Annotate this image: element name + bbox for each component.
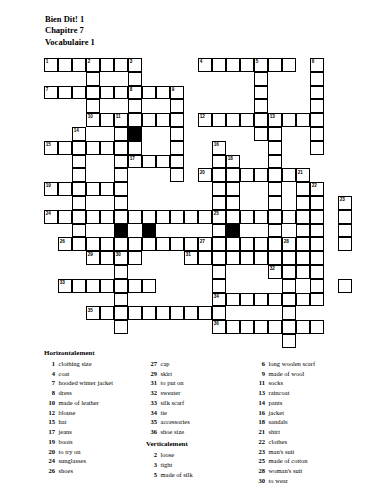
cell-number: 19	[46, 183, 51, 188]
grid-cell[interactable]	[296, 237, 310, 251]
grid-cell[interactable]	[72, 155, 86, 169]
clue-number: 4	[44, 369, 55, 379]
grid-cell[interactable]: 8	[128, 86, 142, 100]
grid-cell[interactable]	[282, 293, 296, 307]
clue-item-20: 20to try on	[44, 447, 113, 457]
grid-cell[interactable]	[212, 279, 226, 293]
grid-cell[interactable]	[268, 141, 282, 155]
grid-cell[interactable]: 4	[198, 58, 212, 72]
grid-cell[interactable]	[240, 210, 254, 224]
grid-cell[interactable]	[282, 168, 296, 182]
clue-number: 10	[44, 398, 55, 408]
grid-cell[interactable]	[310, 141, 324, 155]
grid-cell[interactable]	[254, 127, 268, 141]
clue-text: to wear	[269, 476, 288, 486]
clue-number: 3	[146, 460, 157, 470]
clue-number: 19	[44, 437, 55, 447]
grid-cell[interactable]	[128, 99, 142, 113]
grid-cell[interactable]	[268, 320, 282, 334]
grid-cell[interactable]	[282, 279, 296, 293]
grid-cell[interactable]	[128, 141, 142, 155]
clue-text: pants	[269, 398, 283, 408]
cell-number: 14	[74, 128, 79, 133]
grid-cell[interactable]	[72, 196, 86, 210]
grid-cell[interactable]	[114, 86, 128, 100]
grid-cell[interactable]	[254, 113, 268, 127]
grid-cell[interactable]	[310, 293, 324, 307]
clue-number: 18	[254, 417, 265, 427]
grid-cell[interactable]	[58, 141, 72, 155]
grid-cell[interactable]: 33	[58, 279, 72, 293]
cell-number: 24	[46, 211, 51, 216]
cell-number: 3	[130, 59, 133, 64]
clue-item-19: 19boots	[44, 437, 113, 447]
title-line-1: Bien Dit! 1	[45, 14, 95, 25]
clue-item-23: 23man's suit	[254, 447, 315, 457]
grid-cell[interactable]	[86, 182, 100, 196]
grid-cell[interactable]	[170, 99, 184, 113]
grid-cell[interactable]	[282, 251, 296, 265]
title-line-2: Chapitre 7	[45, 25, 95, 36]
grid-cell[interactable]: 34	[212, 293, 226, 307]
grid-cell[interactable]	[58, 86, 72, 100]
cell-number: 18	[228, 156, 233, 161]
grid-cell[interactable]	[100, 210, 114, 224]
cell-number: 17	[130, 156, 135, 161]
grid-cell[interactable]	[114, 58, 128, 72]
cell-number: 11	[116, 114, 121, 119]
clue-item-2: 2loose	[146, 450, 193, 460]
grid-cell[interactable]	[142, 155, 156, 169]
grid-cell[interactable]	[72, 182, 86, 196]
grid-cell[interactable]	[338, 237, 352, 251]
grid-cell[interactable]	[72, 141, 86, 155]
grid-cell[interactable]	[58, 58, 72, 72]
grid-cell[interactable]	[254, 237, 268, 251]
clue-number: 25	[254, 456, 265, 466]
grid-cell[interactable]	[310, 210, 324, 224]
grid-cell[interactable]	[184, 306, 198, 320]
grid-cell[interactable]	[282, 320, 296, 334]
grid-cell[interactable]	[212, 265, 226, 279]
grid-cell[interactable]	[212, 182, 226, 196]
grid-cell[interactable]	[268, 168, 282, 182]
grid-cell[interactable]	[72, 279, 86, 293]
clue-number: 26	[44, 466, 55, 476]
grid-cell[interactable]	[226, 58, 240, 72]
clue-column-3: 6long woolen scarf9made of wool11socks13…	[254, 349, 315, 486]
grid-cell[interactable]: 26	[58, 237, 72, 251]
clue-text: made of leather	[59, 398, 99, 408]
grid-cell[interactable]	[86, 210, 100, 224]
grid-cell[interactable]	[254, 320, 268, 334]
grid-cell[interactable]	[310, 86, 324, 100]
grid-cell[interactable]	[226, 293, 240, 307]
grid-cell[interactable]	[268, 155, 282, 169]
grid-cell[interactable]	[296, 293, 310, 307]
grid-cell[interactable]	[72, 86, 86, 100]
grid-cell[interactable]: 14	[72, 127, 86, 141]
grid-cell[interactable]: 19	[44, 182, 58, 196]
grid-cell[interactable]	[282, 210, 296, 224]
grid-cell[interactable]: 5	[254, 58, 268, 72]
grid-cell[interactable]: 20	[198, 168, 212, 182]
grid-cell[interactable]	[100, 141, 114, 155]
grid-cell[interactable]: 2	[86, 58, 100, 72]
clue-text: made of silk	[161, 470, 193, 480]
clue-text: long woolen scarf	[269, 359, 316, 369]
grid-cell[interactable]	[86, 279, 100, 293]
grid-cell[interactable]	[268, 293, 282, 307]
grid-cell[interactable]	[142, 113, 156, 127]
grid-cell[interactable]	[268, 196, 282, 210]
grid-cell[interactable]	[72, 168, 86, 182]
grid-cell[interactable]	[198, 251, 212, 265]
clue-item-22: 22clothes	[254, 437, 315, 447]
grid-cell[interactable]	[114, 279, 128, 293]
grid-cell[interactable]	[268, 58, 282, 72]
grid-cell[interactable]: 17	[128, 155, 142, 169]
cell-number: 20	[200, 170, 205, 175]
cell-number: 16	[214, 142, 219, 147]
grid-cell[interactable]	[142, 210, 156, 224]
grid-cell[interactable]: 35	[86, 306, 100, 320]
cell-number: 28	[284, 239, 289, 244]
clue-text: made of wool	[269, 369, 305, 379]
grid-cell[interactable]	[310, 251, 324, 265]
grid-cell[interactable]: 10	[86, 113, 100, 127]
grid-cell[interactable]	[254, 86, 268, 100]
grid-cell[interactable]	[72, 224, 86, 238]
grid-cell[interactable]	[156, 113, 170, 127]
clue-number: 11	[254, 378, 265, 388]
grid-cell[interactable]: 12	[198, 113, 212, 127]
grid-cell[interactable]: 13	[268, 113, 282, 127]
grid-cell[interactable]	[128, 210, 142, 224]
cell-number: 12	[200, 114, 205, 119]
grid-cell[interactable]	[282, 265, 296, 279]
grid-cell[interactable]	[142, 279, 156, 293]
grid-cell[interactable]	[254, 72, 268, 86]
grid-cell[interactable]	[100, 306, 114, 320]
grid-cell[interactable]	[226, 320, 240, 334]
grid-cell[interactable]	[72, 58, 86, 72]
clue-text: clothes	[269, 437, 287, 447]
grid-cell[interactable]	[128, 113, 142, 127]
grid-cell[interactable]	[226, 113, 240, 127]
clue-item-33: 33silk scarf	[146, 398, 193, 408]
grid-cell[interactable]	[156, 155, 170, 169]
grid-cell[interactable]	[296, 210, 310, 224]
grid-cell[interactable]: 27	[198, 237, 212, 251]
grid-cell[interactable]	[338, 279, 352, 293]
grid-cell[interactable]	[128, 279, 142, 293]
grid-cell[interactable]	[114, 306, 128, 320]
clue-number: 20	[44, 447, 55, 457]
grid-cell[interactable]	[72, 210, 86, 224]
clue-item-29: 29skirt	[146, 369, 193, 379]
grid-cell[interactable]	[86, 237, 100, 251]
grid-cell[interactable]: 3	[128, 58, 142, 72]
grid-cell[interactable]	[310, 196, 324, 210]
grid-cell[interactable]	[170, 127, 184, 141]
grid-cell[interactable]	[212, 196, 226, 210]
clue-number: 8	[44, 388, 55, 398]
clue-text: socks	[269, 378, 283, 388]
clue-item-12: 12blouse	[44, 408, 113, 418]
grid-cell[interactable]	[310, 99, 324, 113]
grid-cell[interactable]	[338, 224, 352, 238]
clue-text: jeans	[59, 427, 72, 437]
grid-cell[interactable]	[338, 210, 352, 224]
grid-cell[interactable]	[128, 237, 142, 251]
grid-cell[interactable]	[86, 141, 100, 155]
grid-cell[interactable]	[310, 237, 324, 251]
grid-cell[interactable]: 28	[282, 237, 296, 251]
grid-cell[interactable]	[226, 196, 240, 210]
grid-cell[interactable]: 15	[44, 141, 58, 155]
cell-number: 13	[270, 114, 275, 119]
grid-cell[interactable]	[128, 72, 142, 86]
grid-cell[interactable]	[142, 86, 156, 100]
grid-cell[interactable]	[254, 251, 268, 265]
grid-cell[interactable]	[254, 168, 268, 182]
clue-text: to put on	[161, 378, 184, 388]
black-cell	[142, 224, 156, 238]
grid-cell[interactable]	[156, 306, 170, 320]
grid-cell[interactable]	[310, 224, 324, 238]
grid-cell[interactable]: 6	[310, 58, 324, 72]
grid-cell[interactable]	[226, 182, 240, 196]
grid-cell[interactable]	[86, 72, 100, 86]
grid-cell[interactable]: 16	[212, 141, 226, 155]
cell-number: 34	[214, 294, 219, 299]
clue-item-26: 26shoes	[44, 466, 113, 476]
clue-number: 36	[146, 427, 157, 437]
grid-cell[interactable]	[170, 210, 184, 224]
cell-number: 9	[172, 87, 175, 92]
grid-cell[interactable]	[100, 86, 114, 100]
clue-item-31: 31to put on	[146, 378, 193, 388]
grid-cell[interactable]: 23	[338, 196, 352, 210]
grid-cell[interactable]	[114, 168, 128, 182]
grid-cell[interactable]	[240, 320, 254, 334]
grid-cell[interactable]	[114, 237, 128, 251]
grid-cell[interactable]	[72, 237, 86, 251]
grid-cell[interactable]	[212, 155, 226, 169]
grid-cell[interactable]	[296, 320, 310, 334]
clue-text: sunglasses	[59, 456, 86, 466]
grid-cell[interactable]	[142, 306, 156, 320]
grid-cell[interactable]	[212, 237, 226, 251]
grid-cell[interactable]	[310, 72, 324, 86]
clue-text: tight	[161, 460, 173, 470]
grid-cell[interactable]	[212, 306, 226, 320]
grid-cell[interactable]	[296, 265, 310, 279]
grid-cell[interactable]	[170, 237, 184, 251]
clue-item-1: 1clothing size	[44, 359, 113, 369]
grid-cell[interactable]: 9	[170, 86, 184, 100]
clue-number: 27	[146, 359, 157, 369]
clue-text: tie	[161, 408, 168, 418]
clue-item-21: 21shirt	[254, 427, 315, 437]
grid-cell[interactable]	[128, 306, 142, 320]
grid-cell[interactable]	[58, 210, 72, 224]
grid-cell[interactable]	[114, 127, 128, 141]
grid-cell[interactable]	[184, 237, 198, 251]
grid-cell[interactable]	[268, 224, 282, 238]
cell-number: 21	[298, 170, 303, 175]
title-line-3: Vocabulaire 1	[45, 37, 95, 48]
grid-cell[interactable]	[86, 99, 100, 113]
grid-cell[interactable]	[114, 155, 128, 169]
grid-cell[interactable]	[240, 293, 254, 307]
clue-item-32: 32sweater	[146, 388, 193, 398]
clue-text: clothing size	[59, 359, 92, 369]
grid-cell[interactable]	[268, 237, 282, 251]
clue-item-14: 14pants	[254, 398, 315, 408]
grid-cell[interactable]: 21	[296, 168, 310, 182]
grid-cell[interactable]	[184, 210, 198, 224]
cell-number: 1	[46, 59, 49, 64]
grid-cell[interactable]	[170, 168, 184, 182]
clue-text: skirt	[161, 369, 173, 379]
black-cell	[128, 127, 142, 141]
clue-text: shirt	[269, 427, 281, 437]
grid-cell[interactable]	[156, 210, 170, 224]
grid-cell[interactable]	[268, 182, 282, 196]
grid-cell[interactable]	[170, 113, 184, 127]
grid-cell[interactable]	[100, 182, 114, 196]
grid-cell[interactable]: 11	[114, 113, 128, 127]
clue-item-17: 17jeans	[44, 427, 113, 437]
clue-text: shoes	[59, 466, 73, 476]
grid-cell[interactable]	[268, 251, 282, 265]
cell-number: 6	[312, 59, 315, 64]
grid-cell[interactable]	[114, 320, 128, 334]
grid-cell[interactable]	[254, 99, 268, 113]
grid-cell[interactable]	[310, 279, 324, 293]
grid-cell[interactable]	[114, 141, 128, 155]
grid-cell[interactable]	[170, 306, 184, 320]
grid-cell[interactable]	[310, 113, 324, 127]
grid-cell[interactable]	[212, 251, 226, 265]
clue-text: shoe size	[161, 427, 185, 437]
grid-cell[interactable]	[226, 237, 240, 251]
grid-cell[interactable]	[86, 86, 100, 100]
grid-cell[interactable]	[268, 127, 282, 141]
grid-cell[interactable]	[156, 86, 170, 100]
grid-cell[interactable]	[254, 293, 268, 307]
grid-cell[interactable]	[226, 251, 240, 265]
grid-cell[interactable]	[100, 237, 114, 251]
grid-cell[interactable]	[282, 306, 296, 320]
clue-item-8: 8dress	[44, 388, 113, 398]
grid-cell[interactable]	[268, 210, 282, 224]
clue-text: cap	[161, 359, 170, 369]
grid-cell[interactable]: 7	[44, 86, 58, 100]
clue-number: 30	[254, 476, 265, 486]
grid-cell[interactable]	[296, 251, 310, 265]
grid-cell[interactable]	[240, 237, 254, 251]
grid-cell[interactable]	[114, 182, 128, 196]
grid-cell[interactable]	[114, 210, 128, 224]
across-header: Horizontalement	[44, 349, 113, 359]
grid-cell[interactable]	[114, 293, 128, 307]
grid-cell[interactable]	[282, 113, 296, 127]
grid-cell[interactable]	[198, 306, 212, 320]
grid-cell[interactable]: 22	[310, 182, 324, 196]
grid-cell[interactable]: 18	[226, 155, 240, 169]
clue-text: dress	[59, 388, 72, 398]
clue-item-11: 11socks	[254, 378, 315, 388]
grid-cell[interactable]	[114, 265, 128, 279]
clue-item-25: 25made of cotton	[254, 456, 315, 466]
grid-cell[interactable]: 31	[184, 251, 198, 265]
grid-cell[interactable]	[100, 251, 114, 265]
clue-text: loose	[161, 450, 175, 460]
grid-cell[interactable]: 29	[86, 251, 100, 265]
grid-cell[interactable]	[170, 155, 184, 169]
cell-number: 25	[214, 211, 219, 216]
grid-cell[interactable]	[296, 196, 310, 210]
grid-cell[interactable]	[240, 58, 254, 72]
grid-cell[interactable]	[296, 113, 310, 127]
grid-cell[interactable]	[100, 113, 114, 127]
grid-cell[interactable]	[282, 58, 296, 72]
grid-cell[interactable]	[212, 58, 226, 72]
grid-cell[interactable]	[58, 182, 72, 196]
grid-cell[interactable]	[128, 251, 142, 265]
grid-cell[interactable]	[226, 210, 240, 224]
clue-item-16: 16jacket	[254, 408, 315, 418]
grid-cell[interactable]	[240, 168, 254, 182]
grid-cell[interactable]	[212, 224, 226, 238]
grid-cell[interactable]	[296, 182, 310, 196]
grid-cell[interactable]: 25	[212, 210, 226, 224]
worksheet-page: Bien Dit! 1 Chapitre 7 Vocabulaire 1 123…	[0, 0, 386, 500]
grid-cell[interactable]	[254, 210, 268, 224]
clue-number: 32	[146, 388, 157, 398]
grid-cell[interactable]: 32	[268, 265, 282, 279]
grid-cell[interactable]: 36	[212, 320, 226, 334]
grid-cell[interactable]	[310, 265, 324, 279]
grid-cell[interactable]: 30	[114, 251, 128, 265]
grid-cell[interactable]	[310, 127, 324, 141]
grid-cell[interactable]	[100, 58, 114, 72]
grid-cell[interactable]: 24	[44, 210, 58, 224]
clue-item-34: 34tie	[146, 408, 193, 418]
grid-cell[interactable]	[198, 210, 212, 224]
grid-cell[interactable]	[240, 251, 254, 265]
grid-cell[interactable]	[114, 196, 128, 210]
clue-text: woman's suit	[269, 466, 303, 476]
grid-cell[interactable]	[282, 334, 296, 348]
grid-cell[interactable]	[310, 320, 324, 334]
grid-cell[interactable]	[212, 113, 226, 127]
grid-cell[interactable]: 1	[44, 58, 58, 72]
clue-item-30: 30to wear	[254, 476, 315, 486]
grid-cell[interactable]	[212, 168, 226, 182]
grid-cell[interactable]	[296, 224, 310, 238]
clue-number: 1	[44, 359, 55, 369]
grid-cell[interactable]	[226, 168, 240, 182]
grid-cell[interactable]	[240, 113, 254, 127]
grid-cell[interactable]	[156, 237, 170, 251]
grid-cell[interactable]	[100, 279, 114, 293]
grid-cell[interactable]	[170, 141, 184, 155]
grid-cell[interactable]	[142, 237, 156, 251]
